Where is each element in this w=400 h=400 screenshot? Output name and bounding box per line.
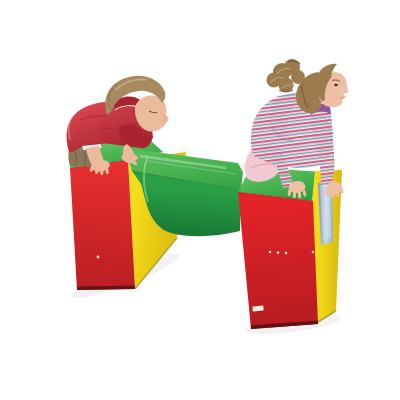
right-block-front-face (238, 192, 318, 329)
finger (298, 191, 301, 198)
soft-play-scene (0, 0, 400, 400)
fastener-dot (312, 251, 315, 254)
girl-eye (334, 84, 338, 87)
fastener-dot (285, 252, 288, 255)
fastener-dot (269, 251, 272, 254)
product-photo (0, 0, 400, 400)
finger (100, 168, 103, 175)
finger (293, 191, 296, 198)
bun-curl (291, 70, 305, 84)
fastener-dot (97, 256, 100, 259)
left-block-front-face (70, 160, 135, 290)
fastener-dot (277, 251, 280, 254)
finger (331, 191, 334, 198)
